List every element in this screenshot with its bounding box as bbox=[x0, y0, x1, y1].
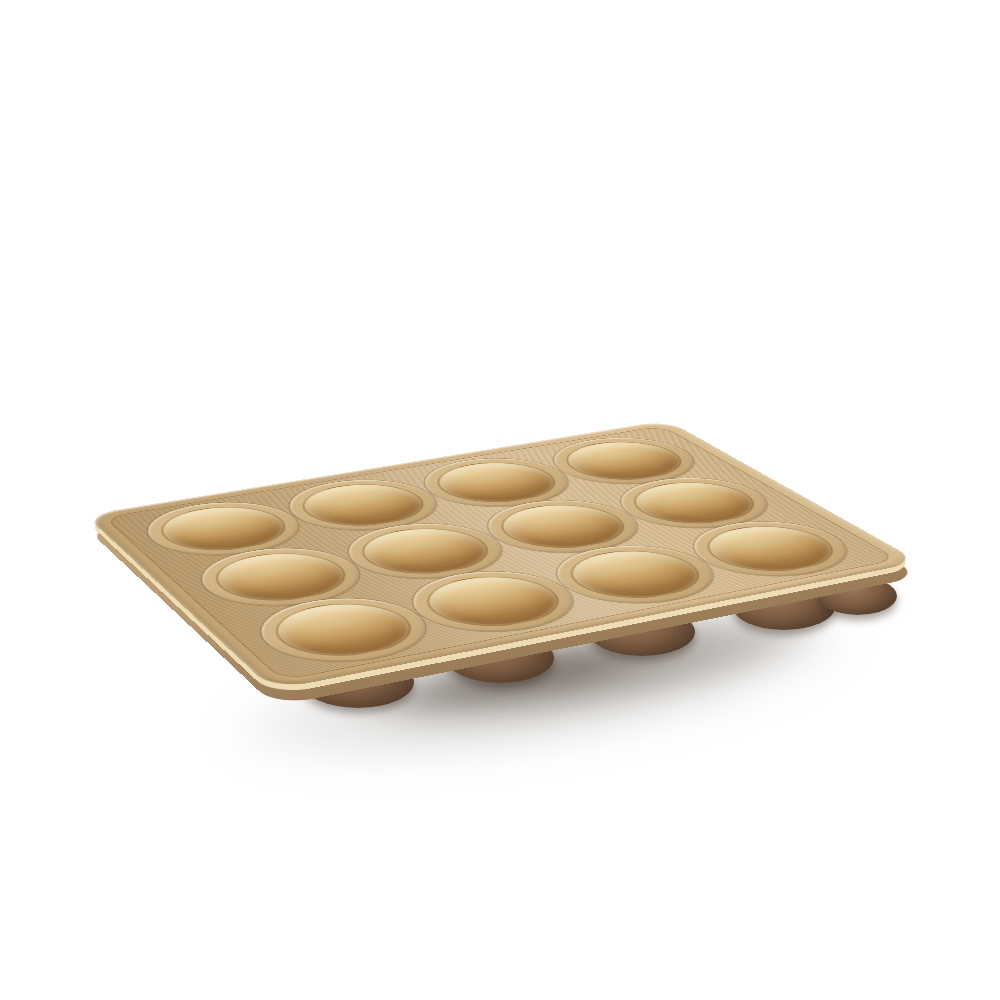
photo-stage bbox=[0, 0, 1000, 1000]
